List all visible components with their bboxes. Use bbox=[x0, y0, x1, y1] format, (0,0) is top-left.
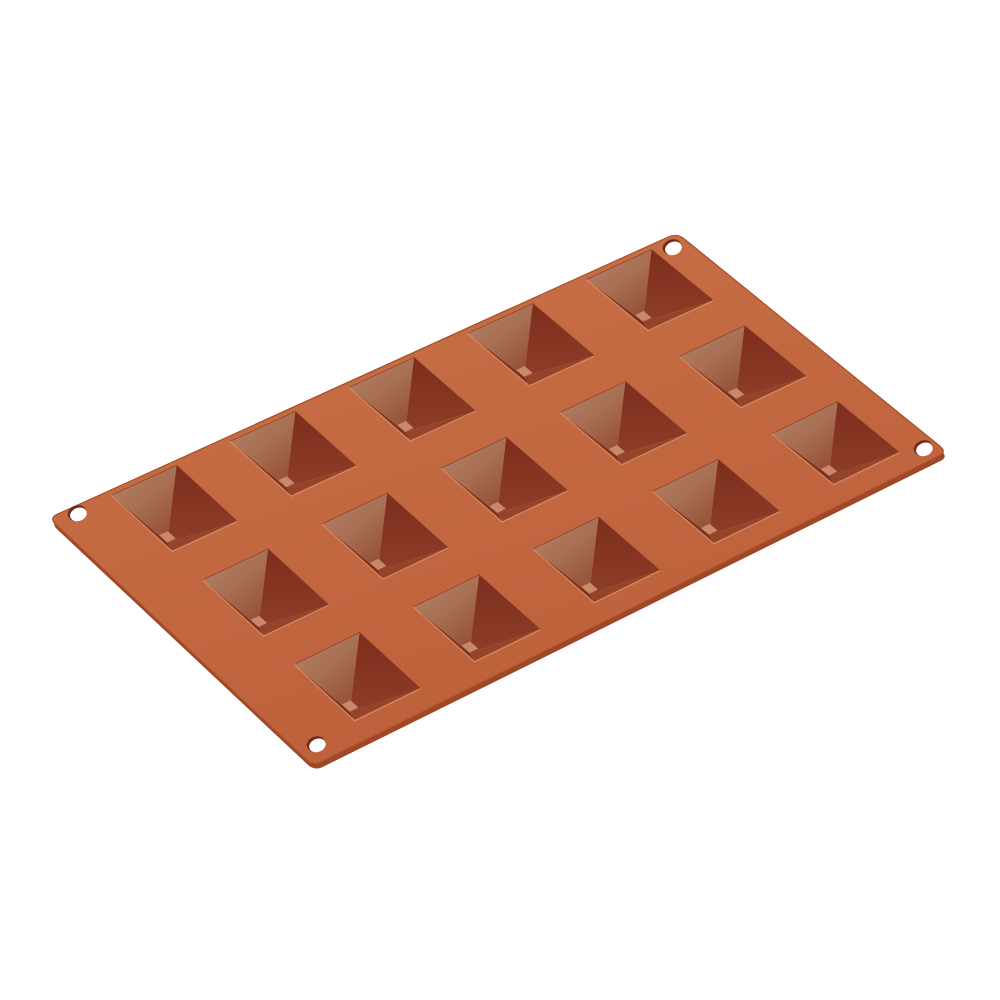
product-photo bbox=[0, 0, 1000, 1000]
mold-illustration bbox=[0, 0, 1000, 1000]
